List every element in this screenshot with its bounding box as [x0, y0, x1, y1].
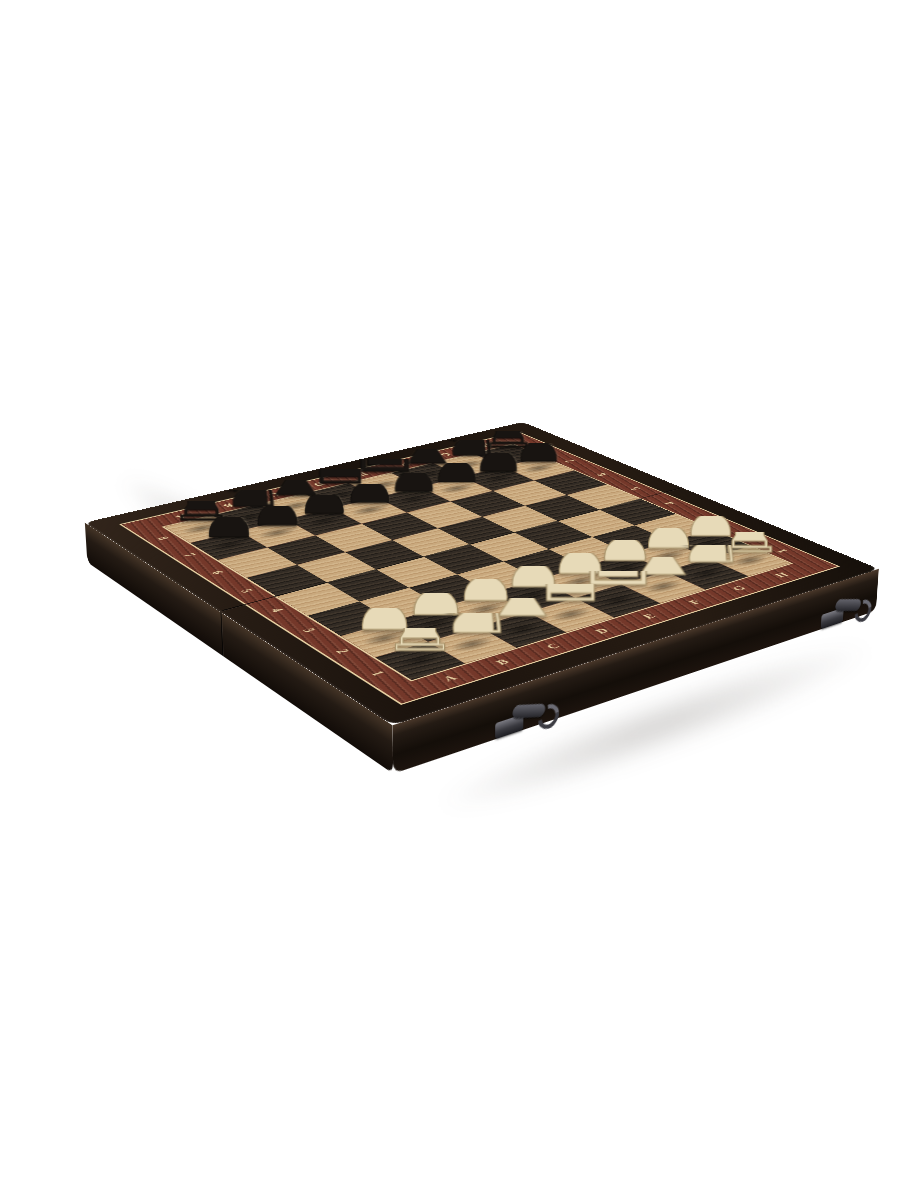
square-b6[interactable]: [267, 536, 345, 565]
latch-clasp-left: [495, 690, 557, 746]
photo-scene: ♜♞♝♛♚♝♞♜♟♟♟♟♟♟♟♟♟♟♟♟♟♟♟♟♜♞♝♛♚♝♞♜ ABCDEFG…: [0, 0, 900, 1200]
latch-clasp-right: [820, 587, 870, 636]
chess-board: ♜♞♝♛♚♝♞♜♟♟♟♟♟♟♟♟♟♟♟♟♟♟♟♟♜♞♝♛♚♝♞♜ ABCDEFG…: [85, 422, 879, 725]
fold-seam-side: [220, 612, 223, 656]
